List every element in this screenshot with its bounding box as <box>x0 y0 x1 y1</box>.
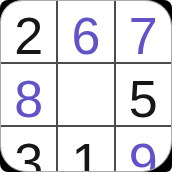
cell-value: 9 <box>129 136 158 172</box>
sudoku-app-icon-stage: 2 6 7 8 5 3 1 9 <box>0 0 172 172</box>
cell-r1c2: 6 <box>58 1 113 62</box>
cell-r2c1: 8 <box>1 64 56 125</box>
cell-r3c2: 1 <box>58 127 113 172</box>
cell-r2c3: 5 <box>116 64 171 125</box>
cell-value: 5 <box>129 73 158 125</box>
cell-value: 1 <box>72 136 101 172</box>
cell-r1c3: 7 <box>116 1 171 62</box>
cell-value: 8 <box>14 73 43 125</box>
cell-value: 2 <box>14 10 43 62</box>
cell-value: 6 <box>72 10 101 62</box>
cell-r3c1: 3 <box>1 127 56 172</box>
cell-r2c2-empty <box>58 64 113 125</box>
sudoku-app-icon[interactable]: 2 6 7 8 5 3 1 9 <box>0 0 172 172</box>
cell-value: 7 <box>129 10 158 62</box>
cell-value: 3 <box>14 136 43 172</box>
cell-r1c1: 2 <box>1 1 56 62</box>
sudoku-grid: 2 6 7 8 5 3 1 9 <box>1 1 171 171</box>
